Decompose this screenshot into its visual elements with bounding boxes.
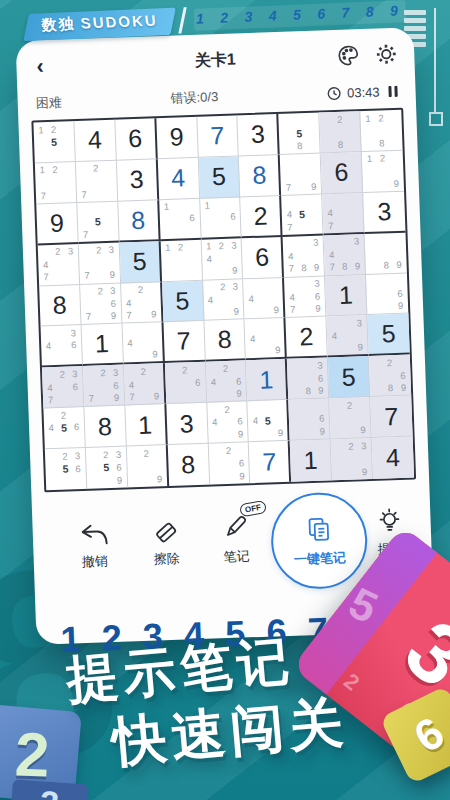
cell-r6c5[interactable]: 8 [204, 320, 246, 362]
cell-r4c8[interactable]: 34789 [324, 234, 366, 276]
banner-number-3: 3 [244, 8, 252, 24]
pencil-notes: 12 [161, 240, 200, 279]
cell-r2c7[interactable]: 79 [280, 153, 322, 195]
pencil-notes: 2349 [204, 280, 243, 319]
pencil-notes: 49 [246, 319, 284, 357]
cell-r7c8[interactable]: 5 [328, 356, 370, 398]
clock-icon [327, 85, 343, 101]
cell-r3c1[interactable]: 9 [36, 203, 78, 245]
banner-number-6: 6 [317, 5, 325, 21]
banner-number-8: 8 [365, 3, 373, 19]
notes-off-badge: OFF [239, 500, 267, 517]
pencil-notes: 34789 [284, 236, 323, 275]
pencil-notes: 49 [244, 279, 282, 318]
cell-r7c9[interactable]: 2689 [369, 355, 411, 397]
cell-r8c6[interactable]: 459 [248, 400, 290, 442]
cell-r1c7[interactable]: 58 [279, 113, 321, 155]
cell-r4c7[interactable]: 34789 [283, 235, 325, 277]
pencil-notes: 2379 [80, 243, 119, 282]
cell-r1c6[interactable]: 3 [238, 114, 280, 156]
pencil-notes: 349 [328, 317, 367, 355]
pencil-notes: 79 [281, 154, 320, 193]
cell-r6c6[interactable]: 49 [245, 318, 287, 360]
cell-r9c3[interactable]: 29 [127, 445, 169, 487]
cell-r7c7[interactable]: 3689 [287, 358, 329, 400]
cell-r4c6[interactable]: 6 [242, 237, 284, 279]
cell-r7c5[interactable]: 2469 [205, 361, 247, 403]
slider-handle [429, 112, 443, 126]
pencil-notes: 2469 [206, 362, 245, 401]
given-digit: 6 [255, 243, 270, 272]
pencil-notes: 346 [42, 327, 81, 365]
cell-r5c4[interactable]: 5 [162, 280, 204, 322]
numpad-key-4[interactable]: 4 [183, 613, 205, 657]
pencil-notes: 34789 [325, 235, 364, 274]
dice-yellow-6: 6 [405, 707, 450, 762]
cell-r7c4[interactable]: 26 [165, 362, 207, 404]
cell-r9c5[interactable]: 269 [208, 442, 250, 484]
pencil-notes: 269 [209, 443, 248, 483]
given-digit: 9 [169, 123, 184, 152]
cell-r3c9[interactable]: 3 [363, 191, 405, 233]
cell-r1c9[interactable]: 128 [360, 110, 402, 152]
banner-number-2: 2 [220, 9, 228, 25]
cell-r4c1[interactable]: 2347 [38, 244, 80, 286]
numpad-key-3[interactable]: 3 [142, 614, 164, 658]
cell-r6c1[interactable]: 346 [41, 325, 83, 367]
pencil-notes: 2456 [44, 408, 83, 447]
filled-digit: 8 [252, 161, 267, 190]
cell-r2c4[interactable]: 4 [157, 158, 199, 200]
cell-r6c4[interactable]: 7 [163, 321, 205, 363]
cell-r3c3[interactable]: 8 [118, 200, 160, 242]
given-digit: 8 [181, 450, 196, 479]
pencil-notes: 58 [280, 114, 319, 153]
given-digit: 4 [87, 126, 102, 155]
notes-label: 笔记 [223, 547, 250, 566]
given-digit: 1 [95, 329, 110, 358]
banner-number-7: 7 [341, 4, 349, 20]
cell-r9c8[interactable]: 239 [331, 438, 373, 480]
given-digit: 3 [179, 409, 194, 438]
status-row: 困难 错误:0/3 03:43 [35, 82, 397, 113]
cell-r9c7[interactable]: 1 [290, 439, 332, 481]
back-button[interactable]: ‹ [36, 55, 44, 77]
pencil-notes: 27 [77, 162, 116, 201]
cell-r3c5[interactable]: 16 [200, 197, 242, 239]
cell-r8c4[interactable]: 3 [166, 403, 208, 445]
given-digit: 7 [384, 402, 399, 431]
undo-icon [78, 522, 109, 549]
given-digit: 3 [129, 165, 144, 194]
erase-button[interactable]: 擦除 [150, 518, 182, 569]
pencil-notes: 459 [249, 401, 287, 440]
pencil-notes: 49 [123, 324, 161, 362]
undo-label: 撤销 [81, 552, 108, 571]
pencil-notes: 57 [78, 202, 117, 240]
cell-r2c9[interactable]: 129 [362, 151, 404, 193]
cell-r2c1[interactable]: 127 [35, 162, 77, 204]
filled-digit: 1 [259, 365, 274, 394]
pencil-notes: 47 [323, 194, 362, 232]
cell-r4c3[interactable]: 5 [119, 241, 161, 283]
cell-r6c3[interactable]: 49 [122, 323, 164, 365]
given-digit: 4 [385, 443, 400, 472]
given-digit: 1 [338, 281, 353, 310]
pencil-notes: 2356 [46, 449, 85, 489]
cell-r5c3[interactable]: 2479 [121, 282, 163, 324]
cell-r2c6[interactable]: 8 [239, 155, 281, 197]
filled-digit: 7 [262, 447, 277, 476]
pencil-notes: 69 [367, 274, 407, 313]
brand-cn: 数独 [38, 15, 77, 35]
given-digit: 3 [250, 120, 265, 149]
banner-divider [179, 7, 187, 33]
pencil-notes: 23467 [43, 367, 82, 406]
given-digit: 1 [138, 410, 153, 439]
cell-r2c8[interactable]: 6 [321, 152, 363, 194]
settings-gear-icon[interactable] [374, 42, 399, 67]
cell-r5c1[interactable]: 8 [39, 285, 81, 327]
cell-r1c4[interactable]: 9 [156, 117, 198, 159]
app-logo: 数独 SUDOKU [23, 7, 176, 40]
filled-digit: 4 [171, 164, 186, 193]
cell-r3c2[interactable]: 57 [77, 201, 119, 243]
pencil-notes: 2479 [125, 365, 163, 404]
pencil-notes: 23569 [87, 448, 126, 488]
cell-r9c4[interactable]: 8 [167, 444, 209, 486]
cell-r6c8[interactable]: 349 [327, 315, 369, 357]
cell-r6c9[interactable]: 5 [367, 314, 409, 356]
game-card: ‹ 关卡1 困难 错误:0/3 [16, 27, 435, 645]
pencil-notes: 89 [366, 233, 406, 272]
banner-number-4: 4 [269, 7, 277, 23]
eraser-icon [150, 518, 181, 547]
cell-r8c5[interactable]: 2469 [207, 401, 249, 443]
banner-number-1: 1 [196, 11, 204, 27]
given-digit: 8 [217, 325, 232, 354]
cell-r4c2[interactable]: 2379 [79, 242, 121, 284]
pencil-notes: 26 [166, 363, 205, 402]
cell-r5c9[interactable]: 69 [366, 273, 408, 315]
pencil-notes: 23679 [84, 366, 123, 405]
given-digit: 8 [97, 412, 112, 441]
cell-r1c5[interactable]: 7 [197, 115, 239, 157]
cell-r6c7[interactable]: 2 [286, 317, 328, 359]
one-key-notes-icon [303, 514, 334, 545]
cell-r9c6[interactable]: 7 [249, 441, 291, 483]
pencil-notes: 239 [332, 439, 371, 479]
given-digit: 6 [334, 158, 349, 187]
dice-blue-3: 3 [40, 785, 61, 800]
timer-value: 03:43 [347, 84, 380, 100]
cell-r3c4[interactable]: 16 [159, 199, 201, 241]
given-digit: 2 [253, 201, 268, 230]
cell-r4c9[interactable]: 89 [365, 232, 407, 274]
numpad-key-6[interactable]: 6 [266, 610, 288, 654]
pencil-notes: 29 [128, 446, 166, 486]
one-key-notes-label: 一键笔记 [294, 548, 347, 568]
cell-r5c7[interactable]: 34679 [284, 276, 326, 318]
pencil-notes: 2689 [370, 356, 410, 395]
numpad-key-2[interactable]: 2 [101, 616, 123, 660]
cell-r8c1[interactable]: 2456 [43, 407, 85, 449]
given-digit: 5 [341, 362, 356, 391]
pencil-notes: 2479 [122, 283, 160, 322]
pause-button[interactable] [388, 85, 397, 96]
given-digit: 5 [381, 319, 396, 348]
pencil-notes: 127 [36, 163, 75, 202]
given-digit: 5 [132, 247, 147, 276]
brand-en: SUDOKU [78, 11, 160, 31]
pencil-notes: 16 [160, 200, 199, 238]
cell-r6c2[interactable]: 1 [81, 324, 123, 366]
given-digit: 1 [303, 446, 318, 475]
erase-label: 擦除 [153, 550, 180, 569]
filled-digit: 8 [131, 205, 146, 234]
given-digit: 5 [175, 286, 190, 315]
pencil-notes: 69 [290, 400, 329, 439]
cell-r1c3[interactable]: 6 [115, 118, 157, 160]
pencil-notes: 128 [361, 111, 401, 150]
cell-r8c7[interactable]: 69 [289, 399, 331, 441]
cell-r5c5[interactable]: 2349 [203, 279, 245, 321]
banner-number-9: 9 [390, 2, 398, 18]
cell-r2c5[interactable]: 5 [198, 156, 240, 198]
cell-r8c2[interactable]: 8 [84, 406, 126, 448]
given-digit: 6 [128, 124, 143, 153]
given-digit: 8 [52, 290, 67, 319]
cell-r3c6[interactable]: 2 [241, 196, 283, 238]
slider-line [434, 8, 436, 112]
pencil-notes: 12349 [202, 239, 241, 278]
pencil-notes: 28 [321, 112, 360, 151]
pencil-notes: 2347 [39, 245, 78, 284]
card-header: ‹ 关卡1 [16, 35, 415, 85]
palette-icon[interactable] [336, 43, 361, 68]
cell-r3c7[interactable]: 457 [281, 194, 323, 236]
cell-r5c6[interactable]: 49 [243, 277, 285, 319]
cell-r4c4[interactable]: 12 [160, 239, 202, 281]
pencil-notes: 23679 [81, 284, 120, 323]
banner-number-5: 5 [293, 6, 301, 22]
cell-r7c6[interactable]: 1 [246, 359, 288, 401]
cell-r1c8[interactable]: 28 [319, 111, 361, 153]
cell-r9c1[interactable]: 2356 [45, 448, 87, 490]
cell-r5c2[interactable]: 23679 [80, 283, 122, 325]
pencil-notes: 129 [363, 152, 403, 191]
cell-r1c2[interactable]: 4 [74, 120, 116, 162]
pencil-notes: 2469 [208, 403, 247, 442]
cell-r9c2[interactable]: 23569 [86, 447, 128, 489]
difficulty-label: 困难 [35, 94, 62, 113]
cell-r2c3[interactable]: 3 [117, 159, 159, 201]
errors-counter: 错误:0/3 [61, 84, 327, 111]
cell-r4c5[interactable]: 12349 [201, 238, 243, 280]
cell-r1c1[interactable]: 125 [33, 121, 75, 163]
pencil-notes: 34679 [285, 277, 324, 316]
cell-r7c1[interactable]: 23467 [42, 366, 84, 408]
cell-r2c2[interactable]: 27 [76, 161, 118, 203]
pencil-notes: 16 [201, 198, 240, 236]
pencil-notes: 125 [34, 122, 73, 161]
cell-r3c8[interactable]: 47 [322, 193, 364, 235]
cell-r8c9[interactable]: 7 [370, 396, 412, 438]
cell-r8c3[interactable]: 1 [125, 404, 167, 446]
undo-button[interactable]: 撤销 [78, 522, 110, 571]
pencil-notes: 457 [283, 195, 322, 233]
given-digit: 5 [211, 162, 226, 191]
notes-toggle-button[interactable]: OFF 笔记 [220, 509, 252, 566]
banner-numbers: 123456789 [194, 0, 407, 31]
cell-r7c2[interactable]: 23679 [83, 365, 125, 407]
given-digit: 2 [299, 322, 314, 351]
cell-r7c3[interactable]: 2479 [124, 363, 166, 405]
cell-r8c8[interactable]: 29 [329, 397, 371, 439]
one-key-notes-button[interactable]: 一键笔记 [270, 491, 369, 590]
numpad-key-5[interactable]: 5 [225, 611, 247, 655]
sudoku-grid: 1254697358281281272734587961299578161624… [31, 108, 416, 493]
given-digit: 9 [49, 208, 64, 237]
cell-r5c8[interactable]: 1 [325, 275, 367, 317]
numpad-key-1[interactable]: 1 [60, 617, 82, 661]
filled-digit: 7 [210, 121, 225, 150]
pencil-notes: 29 [331, 398, 370, 437]
cell-r9c9[interactable]: 4 [372, 437, 414, 479]
given-digit: 7 [176, 327, 191, 356]
pencil-notes: 3689 [288, 359, 327, 398]
given-digit: 3 [377, 197, 392, 226]
